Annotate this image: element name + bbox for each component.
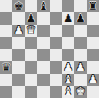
square-c3[interactable] <box>25 61 37 73</box>
square-d5[interactable] <box>37 37 49 49</box>
black-king-icon[interactable]: ♚ <box>14 0 24 11</box>
square-g2[interactable] <box>74 74 86 86</box>
white-queen-icon[interactable]: ♛ <box>26 25 36 36</box>
square-c5[interactable] <box>25 37 37 49</box>
square-f3[interactable]: ♟ <box>62 61 74 73</box>
square-a2[interactable] <box>0 74 12 86</box>
square-a4[interactable] <box>0 49 12 61</box>
square-f5[interactable] <box>62 37 74 49</box>
square-f6[interactable] <box>62 25 74 37</box>
square-c1[interactable] <box>25 86 37 98</box>
square-a8[interactable] <box>0 0 12 12</box>
white-king-icon[interactable]: ♚ <box>76 86 86 97</box>
square-f7[interactable]: ♟ <box>62 12 74 24</box>
square-h7[interactable] <box>87 12 99 24</box>
square-h6[interactable] <box>87 25 99 37</box>
square-g6[interactable] <box>74 25 86 37</box>
square-h8[interactable]: ♜ <box>87 0 99 12</box>
chess-board: ♚♝♜♟♟♟♟♛♛♟♟♝♟♝♚ <box>0 0 99 98</box>
square-f4[interactable] <box>62 49 74 61</box>
square-d4[interactable] <box>37 49 49 61</box>
square-b3[interactable] <box>12 61 24 73</box>
square-d7[interactable] <box>37 12 49 24</box>
square-a1[interactable] <box>0 86 12 98</box>
square-g7[interactable]: ♟ <box>74 12 86 24</box>
square-b8[interactable]: ♚ <box>12 0 24 12</box>
square-e4[interactable] <box>50 49 62 61</box>
square-a3[interactable]: ♛ <box>0 61 12 73</box>
square-a6[interactable] <box>0 25 12 37</box>
square-d8[interactable]: ♝ <box>37 0 49 12</box>
square-e6[interactable] <box>50 25 62 37</box>
black-pawn-icon[interactable]: ♟ <box>26 12 36 23</box>
square-h4[interactable] <box>87 49 99 61</box>
white-pawn-icon[interactable]: ♟ <box>88 74 98 85</box>
black-pawn-icon[interactable]: ♟ <box>63 12 73 23</box>
square-b4[interactable] <box>12 49 24 61</box>
square-h1[interactable] <box>87 86 99 98</box>
square-d2[interactable] <box>37 74 49 86</box>
square-c2[interactable] <box>25 74 37 86</box>
square-e7[interactable] <box>50 12 62 24</box>
square-c7[interactable]: ♟ <box>25 12 37 24</box>
square-g3[interactable]: ♟ <box>74 61 86 73</box>
square-e5[interactable] <box>50 37 62 49</box>
white-bishop-icon[interactable]: ♝ <box>63 74 73 85</box>
square-a7[interactable] <box>0 12 12 24</box>
square-e3[interactable] <box>50 61 62 73</box>
square-g4[interactable] <box>74 49 86 61</box>
square-e1[interactable] <box>50 86 62 98</box>
square-e2[interactable] <box>50 74 62 86</box>
square-b2[interactable] <box>12 74 24 86</box>
white-bishop-icon[interactable]: ♝ <box>63 86 73 97</box>
square-c8[interactable] <box>25 0 37 12</box>
square-f8[interactable] <box>62 0 74 12</box>
square-b1[interactable] <box>12 86 24 98</box>
square-d3[interactable] <box>37 61 49 73</box>
square-d6[interactable] <box>37 25 49 37</box>
square-f1[interactable]: ♝ <box>62 86 74 98</box>
square-c6[interactable]: ♛ <box>25 25 37 37</box>
black-queen-icon[interactable]: ♛ <box>1 61 11 72</box>
square-h5[interactable] <box>87 37 99 49</box>
square-f2[interactable]: ♝ <box>62 74 74 86</box>
square-g5[interactable] <box>74 37 86 49</box>
square-c4[interactable] <box>25 49 37 61</box>
black-pawn-icon[interactable]: ♟ <box>76 12 86 23</box>
square-b7[interactable] <box>12 12 24 24</box>
square-h2[interactable]: ♟ <box>87 74 99 86</box>
square-b6[interactable]: ♟ <box>12 25 24 37</box>
black-bishop-icon[interactable]: ♝ <box>38 0 48 11</box>
square-d1[interactable] <box>37 86 49 98</box>
square-g1[interactable]: ♚ <box>74 86 86 98</box>
square-g8[interactable] <box>74 0 86 12</box>
white-pawn-icon[interactable]: ♟ <box>76 61 86 72</box>
square-a5[interactable] <box>0 37 12 49</box>
square-e8[interactable] <box>50 0 62 12</box>
white-pawn-icon[interactable]: ♟ <box>63 61 73 72</box>
square-b5[interactable] <box>12 37 24 49</box>
square-h3[interactable] <box>87 61 99 73</box>
black-rook-icon[interactable]: ♜ <box>88 0 98 11</box>
white-pawn-icon[interactable]: ♟ <box>14 25 24 36</box>
